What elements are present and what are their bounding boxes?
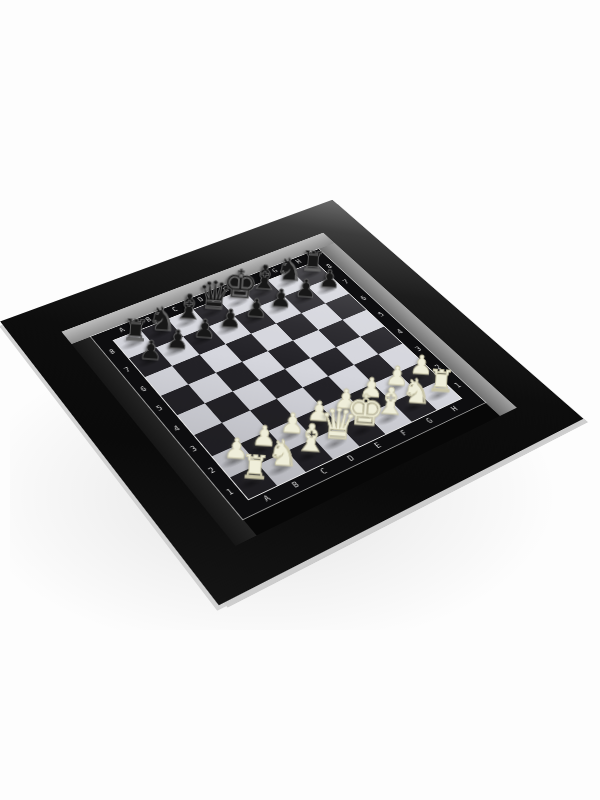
board-perspective-wrap: ABCDEFGH ABCDEFGH 87654321 87654321 ♜♞♝♛… bbox=[61, 145, 509, 593]
piece-glyph: ♜ bbox=[219, 449, 291, 487]
chess-set-photo: ABCDEFGH ABCDEFGH 87654321 87654321 ♜♞♝♛… bbox=[0, 0, 600, 800]
coordinate-label-5: 5 bbox=[146, 397, 174, 422]
